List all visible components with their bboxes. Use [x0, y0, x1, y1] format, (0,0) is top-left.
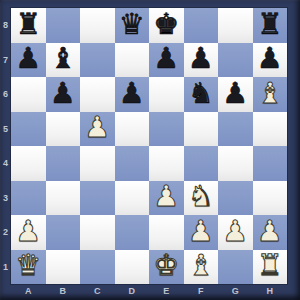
square-b2[interactable] — [46, 215, 81, 250]
square-g2[interactable]: ♟ — [218, 215, 253, 250]
square-d8[interactable]: ♛ — [115, 8, 150, 43]
piece-black-rook-h8[interactable]: ♜ — [257, 10, 283, 39]
square-f6[interactable]: ♞ — [184, 77, 219, 112]
piece-white-rook-h1[interactable]: ♜ — [257, 251, 283, 280]
square-g7[interactable] — [218, 43, 253, 78]
piece-black-pawn-d6[interactable]: ♟ — [119, 79, 145, 108]
rank-label-1: 1 — [0, 250, 11, 285]
chess-board[interactable]: ♜♛♚♜♟♝♟♟♟♟♟♞♟♝♟♟♞♟♟♟♟♛♚♝♜ — [11, 8, 287, 284]
rank-label-4: 4 — [0, 146, 11, 181]
rank-label-3: 3 — [0, 181, 11, 216]
square-c2[interactable] — [80, 215, 115, 250]
square-g8[interactable] — [218, 8, 253, 43]
piece-white-pawn-g2[interactable]: ♟ — [222, 217, 248, 246]
piece-white-knight-f3[interactable]: ♞ — [188, 182, 214, 211]
file-label-f: F — [184, 284, 219, 298]
square-b1[interactable] — [46, 250, 81, 285]
square-a6[interactable] — [11, 77, 46, 112]
square-h6[interactable]: ♝ — [253, 77, 288, 112]
square-f4[interactable] — [184, 146, 219, 181]
square-f5[interactable] — [184, 112, 219, 147]
square-g3[interactable] — [218, 181, 253, 216]
square-e2[interactable] — [149, 215, 184, 250]
square-a3[interactable] — [11, 181, 46, 216]
square-e7[interactable]: ♟ — [149, 43, 184, 78]
square-c6[interactable] — [80, 77, 115, 112]
square-d5[interactable] — [115, 112, 150, 147]
square-c4[interactable] — [80, 146, 115, 181]
square-h2[interactable]: ♟ — [253, 215, 288, 250]
square-b3[interactable] — [46, 181, 81, 216]
piece-black-queen-d8[interactable]: ♛ — [119, 10, 145, 39]
square-c3[interactable] — [80, 181, 115, 216]
piece-white-bishop-f1[interactable]: ♝ — [188, 251, 214, 280]
piece-black-pawn-f7[interactable]: ♟ — [188, 44, 214, 73]
square-h3[interactable] — [253, 181, 288, 216]
square-g4[interactable] — [218, 146, 253, 181]
piece-black-pawn-a7[interactable]: ♟ — [15, 44, 41, 73]
piece-black-knight-f6[interactable]: ♞ — [188, 79, 214, 108]
square-c7[interactable] — [80, 43, 115, 78]
square-f2[interactable]: ♟ — [184, 215, 219, 250]
square-g1[interactable] — [218, 250, 253, 285]
piece-white-pawn-f2[interactable]: ♟ — [188, 217, 214, 246]
square-c1[interactable] — [80, 250, 115, 285]
square-d1[interactable] — [115, 250, 150, 285]
piece-white-pawn-h2[interactable]: ♟ — [257, 217, 283, 246]
piece-white-pawn-e3[interactable]: ♟ — [153, 182, 179, 211]
square-e5[interactable] — [149, 112, 184, 147]
file-label-c: C — [80, 284, 115, 298]
piece-white-pawn-a2[interactable]: ♟ — [15, 217, 41, 246]
square-e8[interactable]: ♚ — [149, 8, 184, 43]
square-c8[interactable] — [80, 8, 115, 43]
square-d2[interactable] — [115, 215, 150, 250]
square-h5[interactable] — [253, 112, 288, 147]
rank-label-8: 8 — [0, 8, 11, 43]
square-b8[interactable] — [46, 8, 81, 43]
square-c5[interactable]: ♟ — [80, 112, 115, 147]
chess-board-frame: 87654321 ♜♛♚♜♟♝♟♟♟♟♟♞♟♝♟♟♞♟♟♟♟♛♚♝♜ ABCDE… — [0, 0, 300, 300]
piece-black-pawn-e7[interactable]: ♟ — [153, 44, 179, 73]
square-a5[interactable] — [11, 112, 46, 147]
square-b6[interactable]: ♟ — [46, 77, 81, 112]
square-h8[interactable]: ♜ — [253, 8, 288, 43]
file-labels: ABCDEFGH — [11, 284, 287, 298]
file-label-e: E — [149, 284, 184, 298]
piece-white-bishop-h6[interactable]: ♝ — [257, 79, 283, 108]
piece-black-king-e8[interactable]: ♚ — [153, 10, 179, 39]
piece-black-pawn-g6[interactable]: ♟ — [222, 79, 248, 108]
square-g6[interactable]: ♟ — [218, 77, 253, 112]
file-label-d: D — [115, 284, 150, 298]
square-a4[interactable] — [11, 146, 46, 181]
rank-label-6: 6 — [0, 77, 11, 112]
square-h7[interactable]: ♟ — [253, 43, 288, 78]
square-e6[interactable] — [149, 77, 184, 112]
piece-white-queen-a1[interactable]: ♛ — [15, 251, 41, 280]
rank-label-2: 2 — [0, 215, 11, 250]
square-b5[interactable] — [46, 112, 81, 147]
square-g5[interactable] — [218, 112, 253, 147]
rank-label-7: 7 — [0, 43, 11, 78]
square-f3[interactable]: ♞ — [184, 181, 219, 216]
square-e4[interactable] — [149, 146, 184, 181]
piece-white-king-e1[interactable]: ♚ — [153, 251, 179, 280]
square-f7[interactable]: ♟ — [184, 43, 219, 78]
file-label-h: H — [253, 284, 288, 298]
square-e1[interactable]: ♚ — [149, 250, 184, 285]
square-b4[interactable] — [46, 146, 81, 181]
square-a1[interactable]: ♛ — [11, 250, 46, 285]
square-a8[interactable]: ♜ — [11, 8, 46, 43]
square-a7[interactable]: ♟ — [11, 43, 46, 78]
square-d3[interactable] — [115, 181, 150, 216]
square-d7[interactable] — [115, 43, 150, 78]
piece-white-pawn-c5[interactable]: ♟ — [84, 113, 110, 142]
square-h4[interactable] — [253, 146, 288, 181]
rank-labels: 87654321 — [0, 8, 11, 284]
square-h1[interactable]: ♜ — [253, 250, 288, 285]
piece-black-rook-a8[interactable]: ♜ — [15, 10, 41, 39]
file-label-a: A — [11, 284, 46, 298]
square-f1[interactable]: ♝ — [184, 250, 219, 285]
square-e3[interactable]: ♟ — [149, 181, 184, 216]
square-d4[interactable] — [115, 146, 150, 181]
piece-black-pawn-h7[interactable]: ♟ — [257, 44, 283, 73]
square-f8[interactable] — [184, 8, 219, 43]
square-b7[interactable]: ♝ — [46, 43, 81, 78]
rank-label-5: 5 — [0, 112, 11, 147]
file-label-g: G — [218, 284, 253, 298]
square-a2[interactable]: ♟ — [11, 215, 46, 250]
file-label-b: B — [46, 284, 81, 298]
piece-black-bishop-b7[interactable]: ♝ — [50, 44, 76, 73]
square-d6[interactable]: ♟ — [115, 77, 150, 112]
piece-black-pawn-b6[interactable]: ♟ — [50, 79, 76, 108]
